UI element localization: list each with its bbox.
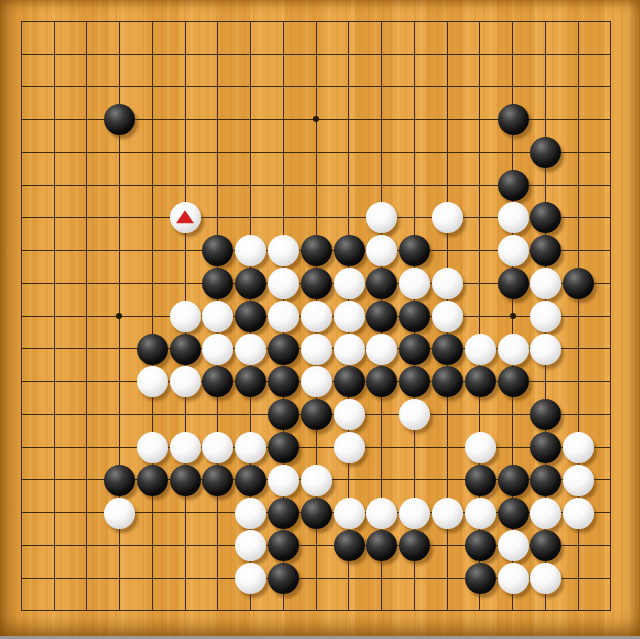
stone-black[interactable] [268,563,299,594]
grid-cell [86,152,119,185]
grid-cell [54,545,87,578]
grid-cell [54,479,87,512]
stone-black[interactable] [137,334,168,365]
grid-cell [185,54,218,87]
stone-black[interactable] [268,366,299,397]
grid-cell [512,54,545,87]
stone-white[interactable] [563,465,594,496]
grid-cell [86,283,119,316]
star-point [510,313,516,319]
grid-cell [348,86,381,119]
stone-white[interactable] [465,498,496,529]
stone-white[interactable] [170,202,201,233]
grid-cell [414,54,447,87]
grid-cell [250,86,283,119]
grid-cell [381,578,414,611]
grid-cell [447,54,480,87]
grid-cell [119,283,152,316]
grid-cell [479,21,512,54]
stone-black[interactable] [235,268,266,299]
stone-black[interactable] [170,465,201,496]
grid-cell [21,217,54,250]
grid-cell [21,447,54,480]
grid-cell [217,152,250,185]
grid-cell [283,185,316,218]
stone-black[interactable] [301,268,332,299]
grid-cell [86,217,119,250]
stone-white[interactable] [465,334,496,365]
grid-cell [447,152,480,185]
stone-white[interactable] [432,301,463,332]
stone-black[interactable] [465,563,496,594]
grid-cell [316,21,349,54]
grid-cell [152,119,185,152]
grid-cell [414,86,447,119]
grid-cell [152,578,185,611]
stone-white[interactable] [235,432,266,463]
stone-black[interactable] [137,465,168,496]
grid-cell [54,152,87,185]
grid-cell [185,21,218,54]
stone-black[interactable] [563,268,594,299]
grid-cell [316,185,349,218]
grid-cell [21,54,54,87]
grid-cell [316,578,349,611]
grid-cell [348,119,381,152]
stone-white[interactable] [366,334,397,365]
stone-black[interactable] [530,432,561,463]
grid-cell [348,152,381,185]
stone-white[interactable] [301,465,332,496]
grid-cell [54,54,87,87]
grid-cell [578,54,611,87]
stone-white[interactable] [170,366,201,397]
grid-cell [86,185,119,218]
stone-white[interactable] [563,432,594,463]
stone-white[interactable] [170,301,201,332]
stone-black[interactable] [268,399,299,430]
grid-cell [185,152,218,185]
grid-cell [578,21,611,54]
stone-black[interactable] [530,137,561,168]
stone-white[interactable] [432,202,463,233]
grid-cell [512,21,545,54]
stone-white[interactable] [268,465,299,496]
stone-white[interactable] [235,563,266,594]
stone-white[interactable] [498,530,529,561]
grid-cell [578,381,611,414]
grid-cell [578,316,611,349]
stone-white[interactable] [498,235,529,266]
stone-white[interactable] [268,301,299,332]
stone-white[interactable] [202,432,233,463]
grid-cell [86,381,119,414]
stone-white[interactable] [399,268,430,299]
stone-white[interactable] [301,366,332,397]
grid-cell [283,119,316,152]
grid-cell [578,348,611,381]
stone-black[interactable] [366,301,397,332]
stone-black[interactable] [235,465,266,496]
grid-cell [119,250,152,283]
stone-white[interactable] [498,334,529,365]
stone-white[interactable] [530,301,561,332]
stone-black[interactable] [399,334,430,365]
grid-cell [316,86,349,119]
grid-cell [414,119,447,152]
grid-cell [86,250,119,283]
grid-cell [21,381,54,414]
stone-black[interactable] [498,498,529,529]
grid-cell [21,185,54,218]
grid-cell [316,54,349,87]
stone-black[interactable] [334,235,365,266]
grid-cell [381,54,414,87]
grid-cell [447,21,480,54]
grid-cell [86,578,119,611]
stone-black[interactable] [301,498,332,529]
grid-cell [54,86,87,119]
stone-black[interactable] [465,366,496,397]
stone-white[interactable] [301,301,332,332]
grid-cell [578,545,611,578]
grid-cell [21,250,54,283]
stone-white[interactable] [334,498,365,529]
grid-cell [578,185,611,218]
grid-cell [578,217,611,250]
grid-cell [21,119,54,152]
stone-black[interactable] [268,530,299,561]
grid-cell [545,21,578,54]
grid-cell [545,54,578,87]
grid-cell [381,86,414,119]
stone-black[interactable] [301,235,332,266]
grid-cell [414,152,447,185]
stone-black[interactable] [465,530,496,561]
grid-cell [545,86,578,119]
grid-cell [54,185,87,218]
stone-black[interactable] [268,498,299,529]
grid-cell [381,119,414,152]
grid-cell [217,86,250,119]
grid-cell [54,348,87,381]
grid-cell [381,152,414,185]
grid-cell [348,21,381,54]
stone-black[interactable] [334,366,365,397]
star-point [313,116,319,122]
grid-cell [283,54,316,87]
grid-cell [54,414,87,447]
grid-cell [21,152,54,185]
stone-white[interactable] [235,334,266,365]
grid-cell [578,86,611,119]
grid-cell [54,316,87,349]
grid-cell [283,86,316,119]
stone-white[interactable] [170,432,201,463]
grid-cell [54,578,87,611]
grid-cell [21,86,54,119]
grid-cell [250,119,283,152]
grid-cell [21,545,54,578]
grid-cell [414,21,447,54]
grid-cell [119,185,152,218]
grid-cell [86,348,119,381]
stone-black[interactable] [366,268,397,299]
stone-white[interactable] [399,399,430,430]
grid-cell [119,578,152,611]
grid-cell [152,21,185,54]
grid-cell [21,414,54,447]
grid-cell [250,21,283,54]
stone-black[interactable] [498,366,529,397]
star-point [116,313,122,319]
grid-cell [217,21,250,54]
grid-cell [54,447,87,480]
grid-cell [86,316,119,349]
grid-cell [578,119,611,152]
stone-white[interactable] [432,498,463,529]
grid-cell [578,578,611,611]
grid-cell [185,578,218,611]
grid-cell [250,54,283,87]
stone-white[interactable] [498,202,529,233]
grid-cell [479,54,512,87]
stone-white[interactable] [498,563,529,594]
grid-cell [348,578,381,611]
grid-cell [54,512,87,545]
stone-white[interactable] [530,268,561,299]
grid-cell [86,21,119,54]
stone-white[interactable] [399,498,430,529]
grid-cell [447,86,480,119]
grid-cell [21,316,54,349]
stone-white[interactable] [334,301,365,332]
grid-cell [217,119,250,152]
stone-black[interactable] [170,334,201,365]
grid-cell [86,545,119,578]
grid-cell [54,283,87,316]
grid-cell [283,21,316,54]
stone-black[interactable] [498,465,529,496]
stone-white[interactable] [432,268,463,299]
grid-cell [414,578,447,611]
grid-cell [152,250,185,283]
grid-cell [119,545,152,578]
stone-black[interactable] [432,366,463,397]
grid-cell [119,217,152,250]
stone-white[interactable] [301,334,332,365]
stone-white[interactable] [465,432,496,463]
stone-black[interactable] [399,301,430,332]
grid-cell [185,545,218,578]
grid-cell [21,479,54,512]
stone-white[interactable] [334,432,365,463]
last-move-triangle-marker [176,210,194,223]
stone-black[interactable] [498,104,529,135]
grid-cell [250,152,283,185]
grid-cell [86,54,119,87]
stone-white[interactable] [268,268,299,299]
go-board[interactable] [0,0,640,639]
stone-white[interactable] [235,235,266,266]
stone-black[interactable] [498,268,529,299]
grid-cell [381,21,414,54]
stone-black[interactable] [498,170,529,201]
grid-cell [447,119,480,152]
stone-white[interactable] [137,432,168,463]
grid-cell [21,283,54,316]
stone-white[interactable] [334,399,365,430]
grid-cell [54,381,87,414]
stone-black[interactable] [301,399,332,430]
grid-cell [185,86,218,119]
grid-cell [316,152,349,185]
stone-black[interactable] [465,465,496,496]
stone-black[interactable] [268,432,299,463]
stone-white[interactable] [563,498,594,529]
stone-black[interactable] [104,465,135,496]
grid-cell [283,152,316,185]
grid-cell [54,21,87,54]
grid-cell [152,512,185,545]
stone-black[interactable] [202,465,233,496]
grid-cell [348,54,381,87]
grid-cell [185,512,218,545]
grid-cell [54,119,87,152]
stone-black[interactable] [104,104,135,135]
stone-black[interactable] [334,530,365,561]
grid-cell [54,217,87,250]
grid-cell [21,348,54,381]
grid-cell [217,185,250,218]
grid-cell [119,21,152,54]
grid-cell [250,185,283,218]
stone-black[interactable] [268,334,299,365]
grid-cell [316,119,349,152]
stone-black[interactable] [399,235,430,266]
stone-white[interactable] [104,498,135,529]
grid-cell [217,54,250,87]
stone-white[interactable] [530,334,561,365]
grid-cell [152,152,185,185]
grid-cell [86,414,119,447]
grid-cell [21,21,54,54]
stone-white[interactable] [334,334,365,365]
stone-white[interactable] [366,498,397,529]
stone-white[interactable] [202,334,233,365]
stone-black[interactable] [235,301,266,332]
grid-cell [152,54,185,87]
stone-black[interactable] [202,268,233,299]
grid-cell [152,545,185,578]
grid-cell [54,250,87,283]
grid-cell [185,119,218,152]
stone-white[interactable] [530,498,561,529]
grid-cell [414,447,447,480]
stone-black[interactable] [432,334,463,365]
stone-white[interactable] [137,366,168,397]
grid-cell [152,86,185,119]
grid-cell [381,447,414,480]
stone-white[interactable] [268,235,299,266]
grid-cell [21,512,54,545]
go-app [0,0,640,639]
stone-white[interactable] [235,498,266,529]
stone-black[interactable] [530,465,561,496]
stone-white[interactable] [334,268,365,299]
grid-cell [119,152,152,185]
grid-cell [578,152,611,185]
grid-cell [21,578,54,611]
stone-white[interactable] [202,301,233,332]
grid-cell [119,54,152,87]
